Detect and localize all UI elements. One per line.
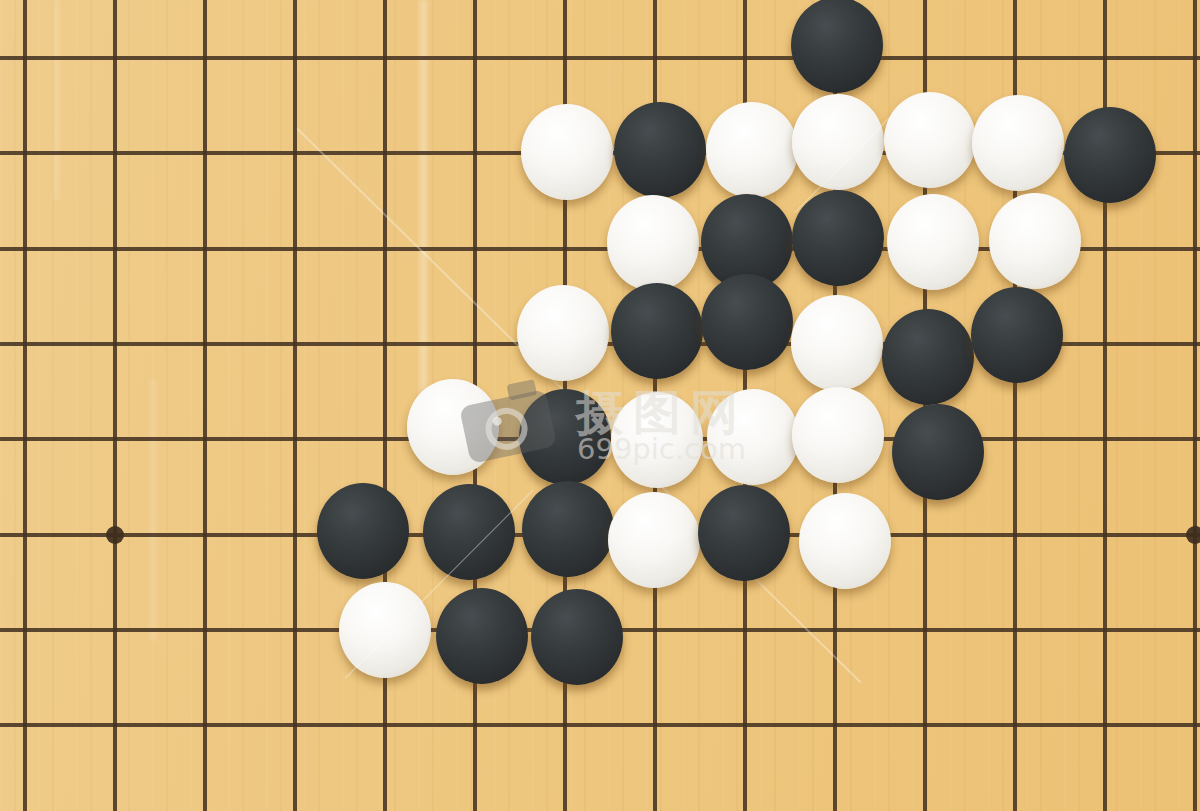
black-stone [698,485,790,581]
grid-line-vertical [23,0,27,811]
black-stone [791,0,883,93]
white-stone [407,379,499,475]
black-stone [423,484,515,580]
black-stone [519,389,611,485]
grid-line-vertical [1193,0,1197,811]
grid-line-vertical [203,0,207,811]
white-stone [706,102,798,198]
black-stone [792,190,884,286]
black-stone [701,274,793,370]
wood-grain-streak [420,0,427,445]
go-board: 摄图网 699pic.com [0,0,1200,811]
black-stone [611,283,703,379]
white-stone [792,94,884,190]
white-stone [521,104,613,200]
white-stone [339,582,431,678]
black-stone [436,588,528,684]
grid-line-horizontal [0,723,1200,727]
white-stone [608,492,700,588]
white-stone [884,92,976,188]
black-stone [614,102,706,198]
white-stone [989,193,1081,289]
white-stone [887,194,979,290]
grid-line-vertical [293,0,297,811]
white-stone [799,493,891,589]
camera-flash [506,379,537,400]
wood-grain-streak [54,0,59,200]
black-stone [971,287,1063,383]
white-stone [517,285,609,381]
black-stone [522,481,614,577]
go-board-photo: 摄图网 699pic.com [0,0,1200,811]
black-stone [892,404,984,500]
white-stone [707,389,799,485]
wood-grain-streak [150,380,156,640]
white-stone [792,387,884,483]
black-stone [1064,107,1156,203]
white-stone [791,295,883,391]
grid-line-vertical [383,0,387,811]
star-point [106,526,124,544]
star-point [1186,526,1200,544]
black-stone [317,483,409,579]
white-stone [607,195,699,291]
grid-line-horizontal [0,56,1200,60]
white-stone [611,392,703,488]
black-stone [882,309,974,405]
white-stone [972,95,1064,191]
grid-line-vertical [113,0,117,811]
black-stone [531,589,623,685]
